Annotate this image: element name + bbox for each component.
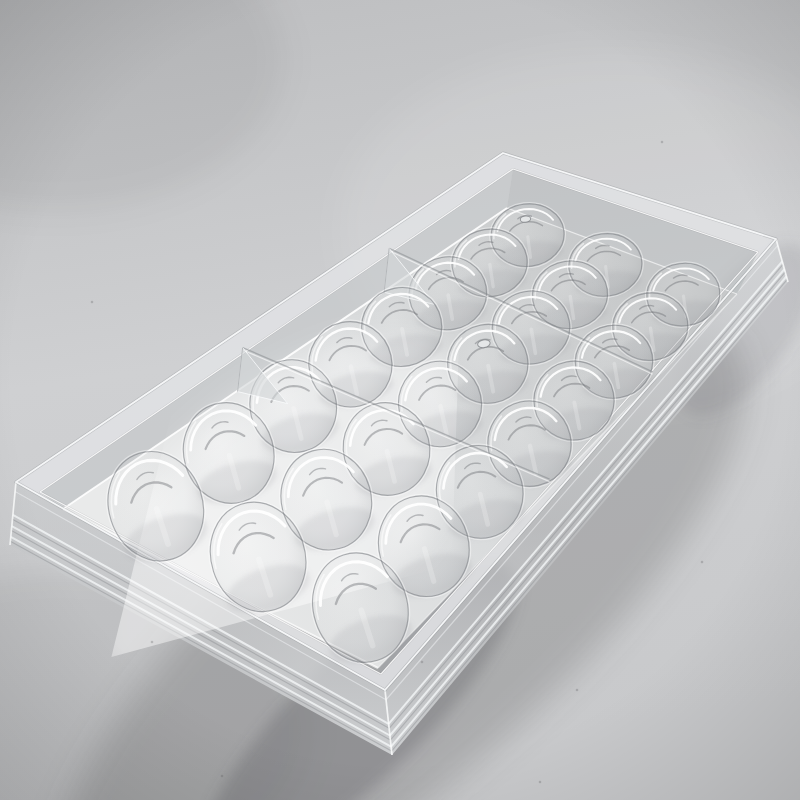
vignette: [0, 0, 800, 800]
product-photo-figure: Clear polycarbonate chocolate mould tray…: [0, 0, 800, 800]
product-photo-chocolate-mold: [0, 0, 800, 800]
